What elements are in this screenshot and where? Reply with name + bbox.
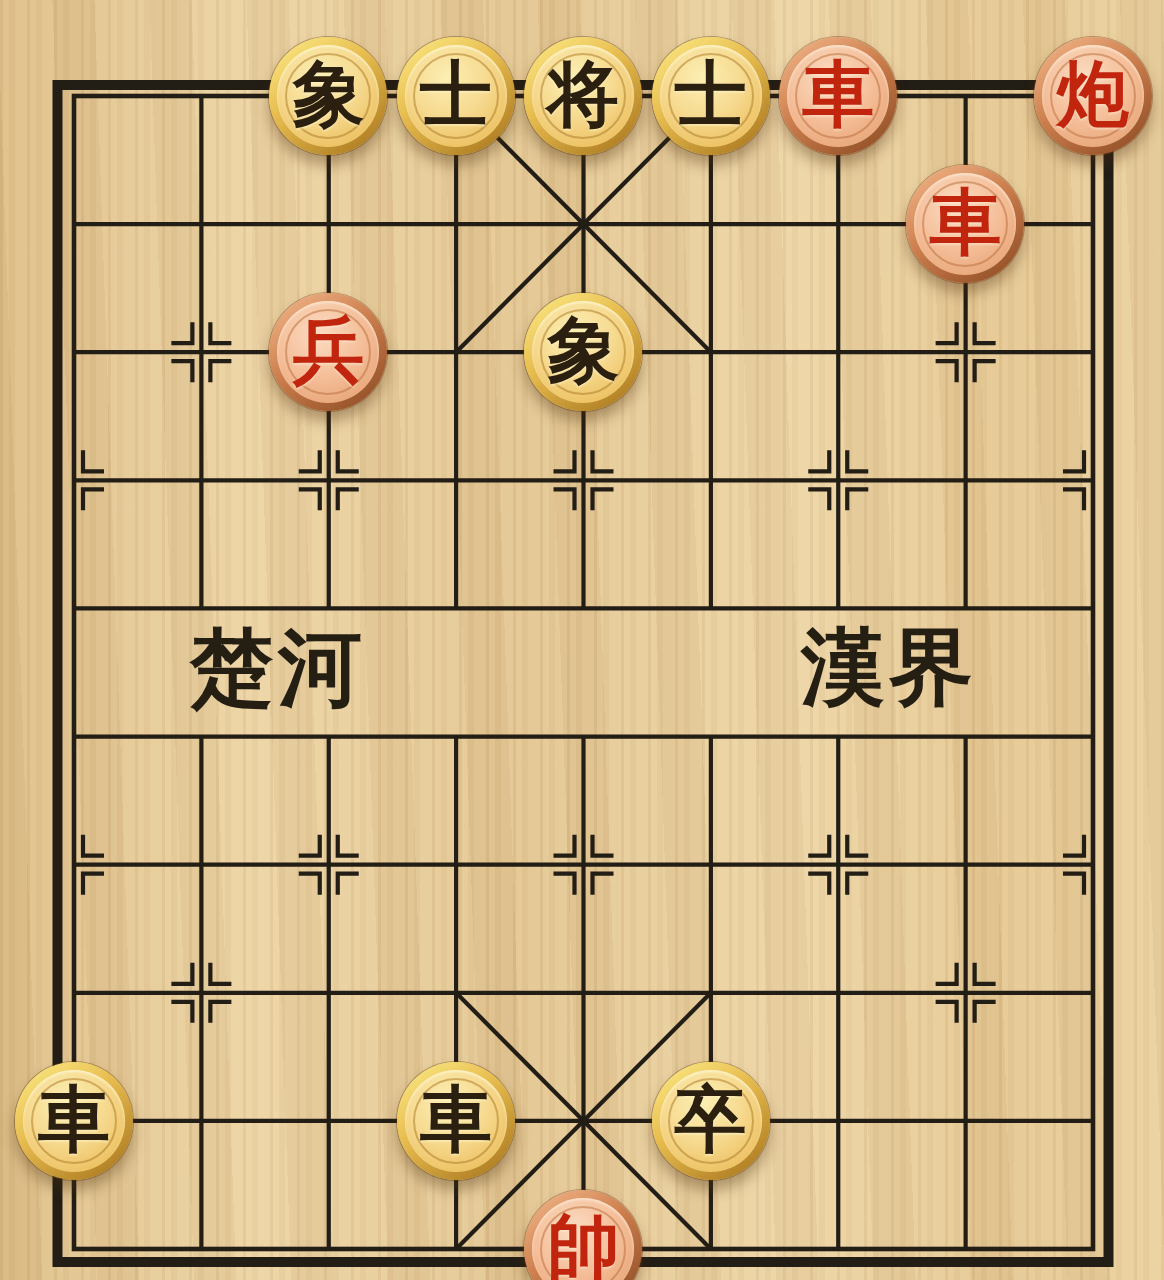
black-elephant[interactable]: 象 <box>269 37 387 155</box>
piece-glyph: 車 <box>929 186 1001 258</box>
red-general[interactable]: 帥 <box>524 1190 642 1280</box>
black-soldier[interactable]: 卒 <box>652 1062 770 1180</box>
piece-glyph: 士 <box>675 58 747 130</box>
piece-glyph: 車 <box>420 1083 492 1155</box>
pieces-layer: 象士将士車炮車兵象車車卒帥 <box>10 32 1156 1280</box>
red-cannon[interactable]: 炮 <box>1034 37 1152 155</box>
piece-glyph: 将 <box>547 58 619 130</box>
piece-glyph: 車 <box>802 58 874 130</box>
piece-glyph: 炮 <box>1057 58 1129 130</box>
black-chariot[interactable]: 車 <box>15 1062 133 1180</box>
piece-glyph: 帥 <box>547 1211 619 1280</box>
red-soldier[interactable]: 兵 <box>269 293 387 411</box>
black-advisor[interactable]: 士 <box>397 37 515 155</box>
piece-glyph: 兵 <box>292 314 364 386</box>
piece-glyph: 車 <box>38 1083 110 1155</box>
piece-glyph: 卒 <box>675 1083 747 1155</box>
piece-glyph: 士 <box>420 58 492 130</box>
red-chariot[interactable]: 車 <box>906 165 1024 283</box>
black-general[interactable]: 将 <box>524 37 642 155</box>
black-elephant[interactable]: 象 <box>524 293 642 411</box>
piece-glyph: 象 <box>292 58 364 130</box>
black-chariot[interactable]: 車 <box>397 1062 515 1180</box>
piece-glyph: 象 <box>547 314 619 386</box>
xiangqi-board: 楚河 漢界 象士将士車炮車兵象車車卒帥 <box>0 0 1164 1280</box>
black-advisor[interactable]: 士 <box>652 37 770 155</box>
red-chariot[interactable]: 車 <box>779 37 897 155</box>
